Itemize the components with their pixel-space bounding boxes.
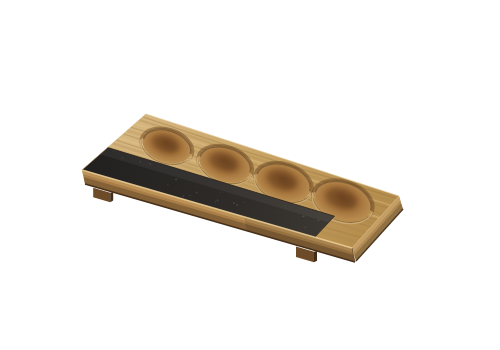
wooden-flight-tray-photo — [0, 0, 500, 350]
product-photo-canvas — [0, 0, 500, 350]
